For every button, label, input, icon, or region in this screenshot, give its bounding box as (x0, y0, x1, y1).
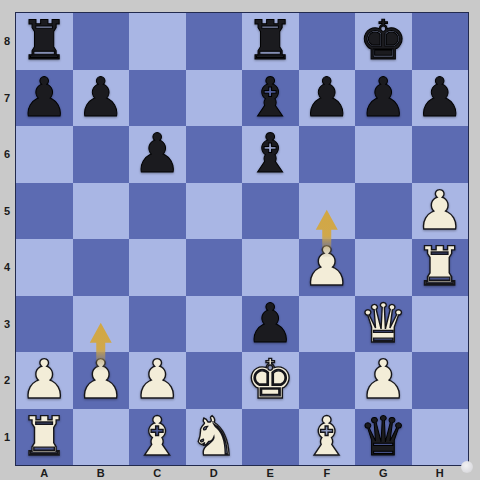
square-e7[interactable]: ♝ (242, 70, 299, 127)
file-label-g: G (355, 466, 412, 480)
rank-label-2: 2 (0, 352, 14, 409)
piece-white-pawn[interactable]: ♟ (77, 352, 125, 409)
square-f4[interactable]: ♟ (299, 239, 356, 296)
square-h5[interactable]: ♟ (412, 183, 469, 240)
square-h1[interactable] (412, 409, 469, 466)
piece-black-pawn[interactable]: ♟ (20, 70, 68, 127)
rank-label-3: 3 (0, 296, 14, 353)
piece-white-knight[interactable]: ♞ (190, 409, 238, 466)
square-c6[interactable]: ♟ (129, 126, 186, 183)
square-b1[interactable] (73, 409, 130, 466)
piece-black-rook[interactable]: ♜ (20, 13, 68, 70)
square-b7[interactable]: ♟ (73, 70, 130, 127)
corner-dot (461, 461, 473, 473)
rank-label-8: 8 (0, 13, 14, 70)
piece-black-pawn[interactable]: ♟ (303, 70, 351, 127)
piece-white-rook[interactable]: ♜ (20, 409, 68, 466)
square-a3[interactable] (16, 296, 73, 353)
square-a8[interactable]: ♜ (16, 13, 73, 70)
square-f8[interactable] (299, 13, 356, 70)
square-b3[interactable] (73, 296, 130, 353)
square-c5[interactable] (129, 183, 186, 240)
square-f1[interactable]: ♝ (299, 409, 356, 466)
square-c4[interactable] (129, 239, 186, 296)
file-label-b: B (73, 466, 130, 480)
piece-black-queen[interactable]: ♛ (359, 409, 407, 466)
square-h4[interactable]: ♜ (412, 239, 469, 296)
square-a1[interactable]: ♜ (16, 409, 73, 466)
file-label-a: A (16, 466, 73, 480)
piece-white-pawn[interactable]: ♟ (359, 352, 407, 409)
piece-black-pawn[interactable]: ♟ (133, 126, 181, 183)
piece-black-pawn[interactable]: ♟ (359, 70, 407, 127)
chess-app-window: 87654321 ABCDEFGH ♜♜♚♟♟♝♟♟♟♟♝♟♟♜♟♛♟♟♟♚♟♜… (0, 0, 480, 480)
file-label-c: C (129, 466, 186, 480)
square-c7[interactable] (129, 70, 186, 127)
square-h8[interactable] (412, 13, 469, 70)
piece-white-pawn[interactable]: ♟ (416, 183, 464, 240)
square-e4[interactable] (242, 239, 299, 296)
square-e5[interactable] (242, 183, 299, 240)
square-h7[interactable]: ♟ (412, 70, 469, 127)
square-c1[interactable]: ♝ (129, 409, 186, 466)
piece-white-king[interactable]: ♚ (246, 352, 294, 409)
square-f7[interactable]: ♟ (299, 70, 356, 127)
square-b5[interactable] (73, 183, 130, 240)
square-d3[interactable] (186, 296, 243, 353)
file-label-d: D (186, 466, 243, 480)
square-d4[interactable] (186, 239, 243, 296)
square-b2[interactable]: ♟ (73, 352, 130, 409)
piece-white-bishop[interactable]: ♝ (133, 409, 181, 466)
square-g6[interactable] (355, 126, 412, 183)
piece-white-pawn[interactable]: ♟ (133, 352, 181, 409)
rank-label-6: 6 (0, 126, 14, 183)
square-a4[interactable] (16, 239, 73, 296)
square-e1[interactable] (242, 409, 299, 466)
square-d6[interactable] (186, 126, 243, 183)
rank-label-7: 7 (0, 70, 14, 127)
square-e2[interactable]: ♚ (242, 352, 299, 409)
square-g4[interactable] (355, 239, 412, 296)
file-label-f: F (299, 466, 356, 480)
square-c2[interactable]: ♟ (129, 352, 186, 409)
square-a6[interactable] (16, 126, 73, 183)
square-h6[interactable] (412, 126, 469, 183)
piece-white-queen[interactable]: ♛ (359, 296, 407, 353)
file-label-e: E (242, 466, 299, 480)
square-f5[interactable] (299, 183, 356, 240)
piece-white-rook[interactable]: ♜ (416, 239, 464, 296)
square-f2[interactable] (299, 352, 356, 409)
square-d5[interactable] (186, 183, 243, 240)
piece-white-pawn[interactable]: ♟ (303, 239, 351, 296)
board: ♜♜♚♟♟♝♟♟♟♟♝♟♟♜♟♛♟♟♟♚♟♜♝♞♝♛ (16, 13, 468, 465)
piece-black-pawn[interactable]: ♟ (246, 296, 294, 353)
piece-black-king[interactable]: ♚ (359, 13, 407, 70)
square-f6[interactable] (299, 126, 356, 183)
square-g8[interactable]: ♚ (355, 13, 412, 70)
rank-label-4: 4 (0, 239, 14, 296)
board-frame: ♜♜♚♟♟♝♟♟♟♟♝♟♟♜♟♛♟♟♟♚♟♜♝♞♝♛ (15, 12, 469, 466)
rank-label-5: 5 (0, 183, 14, 240)
rank-label-1: 1 (0, 409, 14, 466)
piece-black-pawn[interactable]: ♟ (416, 70, 464, 127)
piece-black-bishop[interactable]: ♝ (246, 126, 294, 183)
square-g1[interactable]: ♛ (355, 409, 412, 466)
piece-white-bishop[interactable]: ♝ (303, 409, 351, 466)
piece-black-bishop[interactable]: ♝ (246, 70, 294, 127)
square-e3[interactable]: ♟ (242, 296, 299, 353)
piece-black-pawn[interactable]: ♟ (77, 70, 125, 127)
square-b6[interactable] (73, 126, 130, 183)
square-g2[interactable]: ♟ (355, 352, 412, 409)
square-d8[interactable] (186, 13, 243, 70)
file-label-h: H (412, 466, 469, 480)
square-d7[interactable] (186, 70, 243, 127)
square-a2[interactable]: ♟ (16, 352, 73, 409)
square-d2[interactable] (186, 352, 243, 409)
square-h2[interactable] (412, 352, 469, 409)
square-b8[interactable] (73, 13, 130, 70)
square-d1[interactable]: ♞ (186, 409, 243, 466)
piece-black-rook[interactable]: ♜ (246, 13, 294, 70)
square-f3[interactable] (299, 296, 356, 353)
square-b4[interactable] (73, 239, 130, 296)
square-a5[interactable] (16, 183, 73, 240)
square-e8[interactable]: ♜ (242, 13, 299, 70)
square-h3[interactable] (412, 296, 469, 353)
square-c8[interactable] (129, 13, 186, 70)
square-g5[interactable] (355, 183, 412, 240)
square-g3[interactable]: ♛ (355, 296, 412, 353)
piece-white-pawn[interactable]: ♟ (20, 352, 68, 409)
square-e6[interactable]: ♝ (242, 126, 299, 183)
square-a7[interactable]: ♟ (16, 70, 73, 127)
square-c3[interactable] (129, 296, 186, 353)
square-g7[interactable]: ♟ (355, 70, 412, 127)
